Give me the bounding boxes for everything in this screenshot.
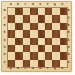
square-e7[interactable] bbox=[38, 15, 45, 22]
board-grid bbox=[7, 7, 68, 68]
square-f6[interactable] bbox=[45, 23, 52, 30]
square-b2[interactable] bbox=[15, 52, 22, 59]
square-d5[interactable] bbox=[30, 30, 37, 37]
square-f7[interactable] bbox=[45, 15, 52, 22]
square-a7[interactable] bbox=[8, 15, 15, 22]
square-g2[interactable] bbox=[52, 52, 59, 59]
square-b4[interactable] bbox=[15, 38, 22, 45]
square-a2[interactable] bbox=[8, 52, 15, 59]
square-a5[interactable] bbox=[8, 30, 15, 37]
square-g7[interactable] bbox=[52, 15, 59, 22]
square-h8[interactable] bbox=[60, 8, 67, 15]
square-b7[interactable] bbox=[15, 15, 22, 22]
square-a8[interactable] bbox=[8, 8, 15, 15]
square-b1[interactable] bbox=[15, 60, 22, 67]
square-f1[interactable] bbox=[45, 60, 52, 67]
square-e2[interactable] bbox=[38, 52, 45, 59]
square-d4[interactable] bbox=[30, 38, 37, 45]
square-h3[interactable] bbox=[60, 45, 67, 52]
square-h5[interactable] bbox=[60, 30, 67, 37]
square-a1[interactable] bbox=[8, 60, 15, 67]
square-c3[interactable] bbox=[23, 45, 30, 52]
square-c1[interactable] bbox=[23, 60, 30, 67]
square-g5[interactable] bbox=[52, 30, 59, 37]
square-h7[interactable] bbox=[60, 15, 67, 22]
square-h1[interactable] bbox=[60, 60, 67, 67]
square-e8[interactable] bbox=[38, 8, 45, 15]
chess-board: abcdefgh abcdefgh 87654321 87654321 bbox=[1, 1, 72, 72]
square-c4[interactable] bbox=[23, 38, 30, 45]
board-photo: abcdefgh abcdefgh 87654321 87654321 bbox=[0, 0, 75, 75]
square-c7[interactable] bbox=[23, 15, 30, 22]
square-b5[interactable] bbox=[15, 30, 22, 37]
square-h6[interactable] bbox=[60, 23, 67, 30]
square-b6[interactable] bbox=[15, 23, 22, 30]
square-d6[interactable] bbox=[30, 23, 37, 30]
square-c5[interactable] bbox=[23, 30, 30, 37]
square-d1[interactable] bbox=[30, 60, 37, 67]
square-f2[interactable] bbox=[45, 52, 52, 59]
square-c6[interactable] bbox=[23, 23, 30, 30]
square-e1[interactable] bbox=[38, 60, 45, 67]
square-d8[interactable] bbox=[30, 8, 37, 15]
square-g6[interactable] bbox=[52, 23, 59, 30]
square-f3[interactable] bbox=[45, 45, 52, 52]
square-f5[interactable] bbox=[45, 30, 52, 37]
square-g4[interactable] bbox=[52, 38, 59, 45]
square-d7[interactable] bbox=[30, 15, 37, 22]
square-e5[interactable] bbox=[38, 30, 45, 37]
square-b8[interactable] bbox=[15, 8, 22, 15]
square-f4[interactable] bbox=[45, 38, 52, 45]
square-e6[interactable] bbox=[38, 23, 45, 30]
square-h4[interactable] bbox=[60, 38, 67, 45]
square-a6[interactable] bbox=[8, 23, 15, 30]
square-e4[interactable] bbox=[38, 38, 45, 45]
square-g3[interactable] bbox=[52, 45, 59, 52]
square-d2[interactable] bbox=[30, 52, 37, 59]
square-b3[interactable] bbox=[15, 45, 22, 52]
square-g8[interactable] bbox=[52, 8, 59, 15]
square-e3[interactable] bbox=[38, 45, 45, 52]
square-a3[interactable] bbox=[8, 45, 15, 52]
square-d3[interactable] bbox=[30, 45, 37, 52]
square-c2[interactable] bbox=[23, 52, 30, 59]
square-h2[interactable] bbox=[60, 52, 67, 59]
square-c8[interactable] bbox=[23, 8, 30, 15]
square-g1[interactable] bbox=[52, 60, 59, 67]
square-a4[interactable] bbox=[8, 38, 15, 45]
square-f8[interactable] bbox=[45, 8, 52, 15]
